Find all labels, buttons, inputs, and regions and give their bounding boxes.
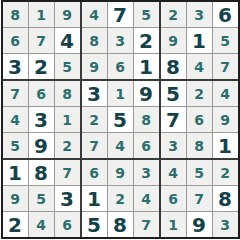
cell-r2c9[interactable]: 5 — [213, 28, 238, 53]
cell-r7c8[interactable]: 5 — [187, 160, 212, 185]
cell-r6c8[interactable]: 8 — [187, 133, 212, 158]
cell-r1c5[interactable]: 7 — [108, 2, 133, 27]
cell-r6c9[interactable]: 1 — [213, 133, 238, 158]
cell-r4c9[interactable]: 4 — [213, 81, 238, 106]
cell-r6c7[interactable]: 3 — [161, 133, 186, 158]
cell-r2c6[interactable]: 2 — [134, 28, 159, 53]
cell-r5c4[interactable]: 2 — [82, 107, 107, 132]
cell-r8c2[interactable]: 5 — [29, 186, 54, 211]
cell-r5c7[interactable]: 7 — [161, 107, 186, 132]
cell-r6c3[interactable]: 2 — [55, 133, 80, 158]
cell-r9c1[interactable]: 2 — [3, 212, 28, 237]
box-6: 524769381 — [161, 81, 238, 158]
cell-r6c1[interactable]: 5 — [3, 133, 28, 158]
cell-r4c8[interactable]: 2 — [187, 81, 212, 106]
cell-r2c5[interactable]: 3 — [108, 28, 133, 53]
box-4: 768431592 — [3, 81, 80, 158]
box-5: 319258746 — [82, 81, 159, 158]
cell-r2c1[interactable]: 6 — [3, 28, 28, 53]
cell-r3c7[interactable]: 8 — [161, 54, 186, 79]
cell-r8c1[interactable]: 9 — [3, 186, 28, 211]
cell-r7c3[interactable]: 7 — [55, 160, 80, 185]
cell-r5c6[interactable]: 8 — [134, 107, 159, 132]
cell-r6c6[interactable]: 6 — [134, 133, 159, 158]
cell-r4c5[interactable]: 1 — [108, 81, 133, 106]
cell-r3c6[interactable]: 1 — [134, 54, 159, 79]
cell-r3c3[interactable]: 5 — [55, 54, 80, 79]
cell-r3c2[interactable]: 2 — [29, 54, 54, 79]
cell-r3c1[interactable]: 3 — [3, 54, 28, 79]
cell-r9c3[interactable]: 6 — [55, 212, 80, 237]
cell-r5c3[interactable]: 1 — [55, 107, 80, 132]
cell-r4c2[interactable]: 6 — [29, 81, 54, 106]
cell-r4c4[interactable]: 3 — [82, 81, 107, 106]
cell-r7c6[interactable]: 3 — [134, 160, 159, 185]
cell-r4c6[interactable]: 9 — [134, 81, 159, 106]
cell-r2c3[interactable]: 4 — [55, 28, 80, 53]
cell-r6c2[interactable]: 9 — [29, 133, 54, 158]
cell-r6c5[interactable]: 4 — [108, 133, 133, 158]
cell-r1c2[interactable]: 1 — [29, 2, 54, 27]
cell-r5c2[interactable]: 3 — [29, 107, 54, 132]
cell-r3c9[interactable]: 7 — [213, 54, 238, 79]
cell-r9c2[interactable]: 4 — [29, 212, 54, 237]
cell-r9c5[interactable]: 8 — [108, 212, 133, 237]
cell-r2c7[interactable]: 9 — [161, 28, 186, 53]
cell-r2c8[interactable]: 1 — [187, 28, 212, 53]
cell-r8c9[interactable]: 8 — [213, 186, 238, 211]
cell-r1c9[interactable]: 6 — [213, 2, 238, 27]
cell-r1c6[interactable]: 5 — [134, 2, 159, 27]
cell-r2c4[interactable]: 8 — [82, 28, 107, 53]
box-8: 693124587 — [82, 160, 159, 237]
cell-r9c9[interactable]: 3 — [213, 212, 238, 237]
cell-r5c9[interactable]: 9 — [213, 107, 238, 132]
cell-r2c2[interactable]: 7 — [29, 28, 54, 53]
cell-r3c8[interactable]: 4 — [187, 54, 212, 79]
cell-r8c4[interactable]: 1 — [82, 186, 107, 211]
cell-r6c4[interactable]: 7 — [82, 133, 107, 158]
cell-r5c5[interactable]: 5 — [108, 107, 133, 132]
cell-r7c9[interactable]: 2 — [213, 160, 238, 185]
box-3: 236915847 — [161, 2, 238, 79]
cell-r9c4[interactable]: 5 — [82, 212, 107, 237]
cell-r4c7[interactable]: 5 — [161, 81, 186, 106]
box-2: 475832961 — [82, 2, 159, 79]
cell-r5c8[interactable]: 6 — [187, 107, 212, 132]
cell-r1c4[interactable]: 4 — [82, 2, 107, 27]
cell-r7c1[interactable]: 1 — [3, 160, 28, 185]
cell-r8c6[interactable]: 4 — [134, 186, 159, 211]
cell-r7c5[interactable]: 9 — [108, 160, 133, 185]
cell-r4c3[interactable]: 8 — [55, 81, 80, 106]
cell-r4c1[interactable]: 7 — [3, 81, 28, 106]
box-7: 187953246 — [3, 160, 80, 237]
sudoku-board: 8196743254758329612369158477684315923192… — [1, 0, 240, 239]
cell-r8c5[interactable]: 2 — [108, 186, 133, 211]
sudoku-widget: 8196743254758329612369158477684315923192… — [1, 0, 240, 239]
cell-r9c7[interactable]: 1 — [161, 212, 186, 237]
cell-r1c3[interactable]: 9 — [55, 2, 80, 27]
box-1: 819674325 — [3, 2, 80, 79]
cell-r7c2[interactable]: 8 — [29, 160, 54, 185]
box-9: 452678193 — [161, 160, 238, 237]
cell-r5c1[interactable]: 4 — [3, 107, 28, 132]
cell-r9c8[interactable]: 9 — [187, 212, 212, 237]
cell-r7c4[interactable]: 6 — [82, 160, 107, 185]
cell-r1c7[interactable]: 2 — [161, 2, 186, 27]
cell-r3c5[interactable]: 6 — [108, 54, 133, 79]
cell-r8c3[interactable]: 3 — [55, 186, 80, 211]
cell-r7c7[interactable]: 4 — [161, 160, 186, 185]
cell-r9c6[interactable]: 7 — [134, 212, 159, 237]
cell-r8c7[interactable]: 6 — [161, 186, 186, 211]
cell-r1c8[interactable]: 3 — [187, 2, 212, 27]
cell-r3c4[interactable]: 9 — [82, 54, 107, 79]
cell-r8c8[interactable]: 7 — [187, 186, 212, 211]
cell-r1c1[interactable]: 8 — [3, 2, 28, 27]
